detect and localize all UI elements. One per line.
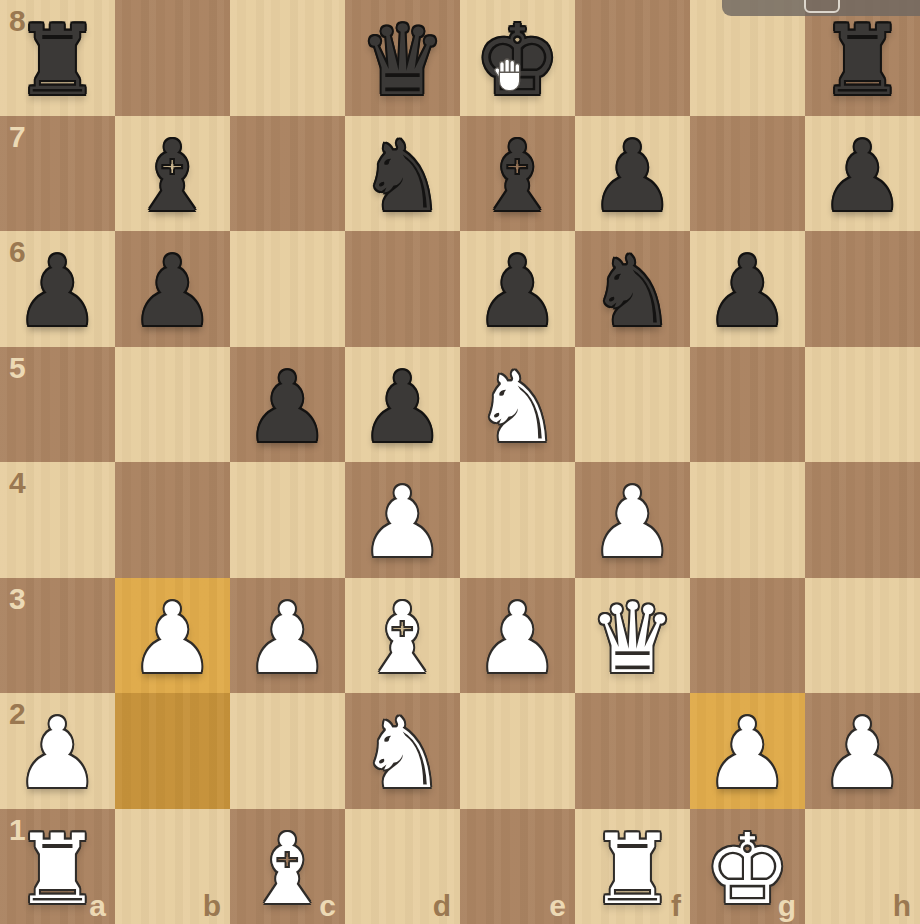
square-e5[interactable]: ♞ — [460, 347, 575, 463]
square-a6[interactable]: 6♟ — [0, 231, 115, 347]
square-c7[interactable] — [230, 116, 345, 232]
piece-black-pawn[interactable]: ♟ — [115, 234, 230, 350]
chess-board: 8♜♛♚♜7♝♞♝♟♟6♟♟♟♞♟5♟♟♞4♟♟3♟♟♝♟♛2♟♞♟♟1a♜bc… — [0, 0, 920, 924]
file-label-d: d — [433, 889, 451, 923]
square-g8[interactable] — [690, 0, 805, 116]
rank-label-3: 3 — [9, 582, 26, 616]
square-c8[interactable] — [230, 0, 345, 116]
square-b6[interactable]: ♟ — [115, 231, 230, 347]
square-f4[interactable]: ♟ — [575, 462, 690, 578]
square-f7[interactable]: ♟ — [575, 116, 690, 232]
square-h6[interactable] — [805, 231, 920, 347]
square-c5[interactable]: ♟ — [230, 347, 345, 463]
piece-black-rook[interactable]: ♜ — [0, 3, 115, 119]
piece-black-rook[interactable]: ♜ — [805, 3, 920, 119]
file-label-b: b — [203, 889, 221, 923]
piece-white-bishop[interactable]: ♝ — [345, 581, 460, 697]
square-c6[interactable] — [230, 231, 345, 347]
square-f8[interactable] — [575, 0, 690, 116]
rank-label-4: 4 — [9, 466, 26, 500]
piece-black-king[interactable]: ♚ — [460, 3, 575, 119]
square-a8[interactable]: 8♜ — [0, 0, 115, 116]
square-e4[interactable] — [460, 462, 575, 578]
piece-black-pawn[interactable]: ♟ — [460, 234, 575, 350]
piece-black-knight[interactable]: ♞ — [575, 234, 690, 350]
square-b5[interactable] — [115, 347, 230, 463]
square-a3[interactable]: 3 — [0, 578, 115, 694]
piece-white-bishop[interactable]: ♝ — [230, 812, 345, 924]
piece-black-pawn[interactable]: ♟ — [345, 350, 460, 466]
square-b1[interactable]: b — [115, 809, 230, 924]
square-h3[interactable] — [805, 578, 920, 694]
window-edge-overlay-bar — [722, 0, 920, 16]
piece-white-king[interactable]: ♚ — [690, 812, 805, 924]
square-g4[interactable] — [690, 462, 805, 578]
square-b2[interactable] — [115, 693, 230, 809]
square-a5[interactable]: 5 — [0, 347, 115, 463]
square-c1[interactable]: c♝ — [230, 809, 345, 924]
square-g3[interactable] — [690, 578, 805, 694]
square-a2[interactable]: 2♟ — [0, 693, 115, 809]
piece-black-pawn[interactable]: ♟ — [230, 350, 345, 466]
square-c3[interactable]: ♟ — [230, 578, 345, 694]
piece-white-queen[interactable]: ♛ — [575, 581, 690, 697]
square-g5[interactable] — [690, 347, 805, 463]
square-e2[interactable] — [460, 693, 575, 809]
piece-white-pawn[interactable]: ♟ — [0, 696, 115, 812]
square-h4[interactable] — [805, 462, 920, 578]
square-g1[interactable]: g♚ — [690, 809, 805, 924]
square-a4[interactable]: 4 — [0, 462, 115, 578]
piece-white-knight[interactable]: ♞ — [460, 350, 575, 466]
square-d7[interactable]: ♞ — [345, 116, 460, 232]
square-e6[interactable]: ♟ — [460, 231, 575, 347]
piece-white-pawn[interactable]: ♟ — [115, 581, 230, 697]
rank-label-7: 7 — [9, 120, 26, 154]
square-d8[interactable]: ♛ — [345, 0, 460, 116]
chess-app: 8♜♛♚♜7♝♞♝♟♟6♟♟♟♞♟5♟♟♞4♟♟3♟♟♝♟♛2♟♞♟♟1a♜bc… — [0, 0, 920, 924]
square-g2[interactable]: ♟ — [690, 693, 805, 809]
square-e8[interactable]: ♚ — [460, 0, 575, 116]
square-d3[interactable]: ♝ — [345, 578, 460, 694]
square-d2[interactable]: ♞ — [345, 693, 460, 809]
square-g7[interactable] — [690, 116, 805, 232]
square-b8[interactable] — [115, 0, 230, 116]
square-f3[interactable]: ♛ — [575, 578, 690, 694]
square-e7[interactable]: ♝ — [460, 116, 575, 232]
piece-black-bishop[interactable]: ♝ — [460, 119, 575, 235]
square-f5[interactable] — [575, 347, 690, 463]
square-h8[interactable]: ♜ — [805, 0, 920, 116]
piece-black-pawn[interactable]: ♟ — [690, 234, 805, 350]
file-label-e: e — [549, 889, 566, 923]
square-b4[interactable] — [115, 462, 230, 578]
rank-label-5: 5 — [9, 351, 26, 385]
piece-black-pawn[interactable]: ♟ — [0, 234, 115, 350]
piece-white-pawn[interactable]: ♟ — [690, 696, 805, 812]
square-c2[interactable] — [230, 693, 345, 809]
square-a7[interactable]: 7 — [0, 116, 115, 232]
square-d6[interactable] — [345, 231, 460, 347]
square-h5[interactable] — [805, 347, 920, 463]
square-d4[interactable]: ♟ — [345, 462, 460, 578]
square-h1[interactable]: h — [805, 809, 920, 924]
square-b7[interactable]: ♝ — [115, 116, 230, 232]
piece-white-knight[interactable]: ♞ — [345, 696, 460, 812]
square-f1[interactable]: f♜ — [575, 809, 690, 924]
square-f2[interactable] — [575, 693, 690, 809]
file-label-h: h — [893, 889, 911, 923]
square-f6[interactable]: ♞ — [575, 231, 690, 347]
piece-white-pawn[interactable]: ♟ — [805, 696, 920, 812]
square-d5[interactable]: ♟ — [345, 347, 460, 463]
overlay-outline-button[interactable] — [804, 0, 840, 13]
square-b3[interactable]: ♟ — [115, 578, 230, 694]
piece-white-rook[interactable]: ♜ — [0, 812, 115, 924]
piece-white-pawn[interactable]: ♟ — [230, 581, 345, 697]
square-c4[interactable] — [230, 462, 345, 578]
square-h2[interactable]: ♟ — [805, 693, 920, 809]
piece-black-pawn[interactable]: ♟ — [805, 119, 920, 235]
square-e1[interactable]: e — [460, 809, 575, 924]
piece-white-pawn[interactable]: ♟ — [575, 465, 690, 581]
piece-white-pawn[interactable]: ♟ — [345, 465, 460, 581]
square-e3[interactable]: ♟ — [460, 578, 575, 694]
piece-black-pawn[interactable]: ♟ — [575, 119, 690, 235]
square-d1[interactable]: d — [345, 809, 460, 924]
piece-white-rook[interactable]: ♜ — [575, 812, 690, 924]
piece-black-queen[interactable]: ♛ — [345, 3, 460, 119]
square-h7[interactable]: ♟ — [805, 116, 920, 232]
piece-black-knight[interactable]: ♞ — [345, 119, 460, 235]
piece-white-pawn[interactable]: ♟ — [460, 581, 575, 697]
square-g6[interactable]: ♟ — [690, 231, 805, 347]
piece-black-bishop[interactable]: ♝ — [115, 119, 230, 235]
square-a1[interactable]: 1a♜ — [0, 809, 115, 924]
